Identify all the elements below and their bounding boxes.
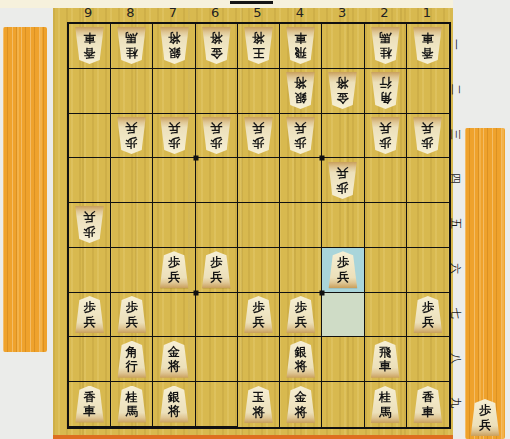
piece-kanji: 歩 <box>337 256 349 270</box>
square-8a[interactable]: 桂馬 <box>111 24 153 69</box>
file-label-7: 7 <box>152 5 194 21</box>
square-6h[interactable] <box>196 337 238 382</box>
piece-gold-sente-4i[interactable]: 金将 <box>285 386 316 423</box>
piece-kanji: 将 <box>210 31 222 45</box>
piece-kanji: 兵 <box>84 316 96 330</box>
piece-kanji: 金 <box>168 346 180 360</box>
piece-pawn-gote-8c[interactable]: 歩兵 <box>116 117 147 154</box>
piece-kanji: 歩 <box>295 135 307 149</box>
square-8h[interactable]: 角行 <box>111 337 153 382</box>
square-6a[interactable]: 金将 <box>196 24 238 69</box>
piece-kanji: 歩 <box>168 135 180 149</box>
piece-kanji: 車 <box>84 31 96 45</box>
piece-kanji: 馬 <box>379 406 391 420</box>
square-6f[interactable]: 歩兵 <box>196 248 238 293</box>
piece-kanji: 桂 <box>379 391 391 405</box>
piece-kanji: 歩 <box>210 135 222 149</box>
square-4a[interactable]: 飛車 <box>280 24 322 69</box>
square-2c[interactable]: 歩兵 <box>365 114 407 159</box>
piece-kanji: 歩 <box>422 135 434 149</box>
piece-kanji: 銀 <box>168 391 180 405</box>
hoshi-dot-2 <box>320 156 325 161</box>
piece-kanji: 馬 <box>379 31 391 45</box>
piece-kanji: 将 <box>168 360 180 374</box>
piece-kanji: 歩 <box>252 301 264 315</box>
piece-kanji: 銀 <box>295 346 307 360</box>
piece-kanji: 香 <box>422 46 434 60</box>
square-5c[interactable]: 歩兵 <box>238 114 280 159</box>
square-3g[interactable] <box>322 293 364 338</box>
piece-kanji: 車 <box>295 31 307 45</box>
piece-kanji: 兵 <box>337 166 349 180</box>
square-8e[interactable] <box>111 203 153 248</box>
square-2f[interactable] <box>365 248 407 293</box>
gote-captured-tray[interactable] <box>3 27 47 352</box>
square-4h[interactable]: 銀将 <box>280 337 322 382</box>
piece-kanji: 兵 <box>252 316 264 330</box>
piece-kanji: 馬 <box>126 405 138 419</box>
square-9b[interactable] <box>69 69 111 114</box>
piece-kanji: 兵 <box>422 121 434 135</box>
hand-piece-pawn-sente[interactable]: 歩兵 <box>470 399 501 436</box>
piece-pawn-sente-7f[interactable]: 歩兵 <box>159 251 190 288</box>
square-7i[interactable]: 銀将 <box>153 382 195 427</box>
piece-king-sente-5i[interactable]: 玉将 <box>243 386 274 423</box>
square-9h[interactable] <box>69 337 111 382</box>
file-label-8: 8 <box>109 5 151 21</box>
square-9g[interactable]: 歩兵 <box>69 293 111 338</box>
square-6e[interactable] <box>196 203 238 248</box>
square-7a[interactable]: 銀将 <box>153 24 195 69</box>
piece-pawn-gote-7c[interactable]: 歩兵 <box>159 117 190 154</box>
square-5a[interactable]: 王将 <box>238 24 280 69</box>
file-label-3: 3 <box>321 5 363 21</box>
square-5e[interactable] <box>238 203 280 248</box>
square-4e[interactable] <box>280 203 322 248</box>
square-3h[interactable] <box>322 337 364 382</box>
piece-kanji: 兵 <box>84 210 96 224</box>
square-4g[interactable]: 歩兵 <box>280 293 322 338</box>
piece-pawn-gote-3d[interactable]: 歩兵 <box>327 162 358 199</box>
piece-pawn-sente-1g[interactable]: 歩兵 <box>412 296 443 333</box>
piece-pawn-gote-4c[interactable]: 歩兵 <box>285 117 316 154</box>
piece-kanji: 歩 <box>479 404 491 418</box>
piece-kanji: 車 <box>379 360 391 374</box>
square-4f[interactable] <box>280 248 322 293</box>
square-2e[interactable] <box>365 203 407 248</box>
piece-kanji: 車 <box>84 405 96 419</box>
piece-pawn-gote-5c[interactable]: 歩兵 <box>243 117 274 154</box>
piece-kanji: 将 <box>337 76 349 90</box>
piece-kanji: 香 <box>84 46 96 60</box>
piece-kanji: 歩 <box>126 135 138 149</box>
square-3f[interactable]: 歩兵 <box>322 248 364 293</box>
square-9d[interactable] <box>69 158 111 203</box>
piece-kanji: 歩 <box>295 301 307 315</box>
square-1h[interactable] <box>407 337 449 382</box>
square-3a[interactable] <box>322 24 364 69</box>
piece-kanji: 将 <box>295 76 307 90</box>
square-5b[interactable] <box>238 69 280 114</box>
piece-kanji: 兵 <box>210 121 222 135</box>
piece-kanji: 飛 <box>295 46 307 60</box>
hoshi-dot-3 <box>193 290 198 295</box>
piece-kanji: 車 <box>422 406 434 420</box>
piece-pawn-sente-6f[interactable]: 歩兵 <box>201 251 232 288</box>
file-label-4: 4 <box>279 5 321 21</box>
piece-kanji: 金 <box>337 91 349 105</box>
square-4b[interactable]: 銀将 <box>280 69 322 114</box>
square-5g[interactable]: 歩兵 <box>238 293 280 338</box>
piece-kanji: 銀 <box>168 46 180 60</box>
piece-kanji: 歩 <box>84 301 96 315</box>
piece-kanji: 歩 <box>252 135 264 149</box>
piece-kanji: 行 <box>379 76 391 90</box>
piece-kanji: 兵 <box>295 121 307 135</box>
piece-lance-sente-9i[interactable]: 香車 <box>74 386 105 423</box>
piece-knight-sente-8i[interactable]: 桂馬 <box>116 386 147 423</box>
square-7d[interactable] <box>153 158 195 203</box>
square-1f[interactable] <box>407 248 449 293</box>
square-7h[interactable]: 金将 <box>153 337 195 382</box>
piece-kanji: 兵 <box>379 121 391 135</box>
file-label-9: 9 <box>67 5 109 21</box>
square-1i[interactable]: 香車 <box>407 382 449 427</box>
square-9e[interactable]: 歩兵 <box>69 203 111 248</box>
square-2a[interactable]: 桂馬 <box>365 24 407 69</box>
file-labels: 987654321 <box>67 5 448 21</box>
piece-pawn-sente-3f[interactable]: 歩兵 <box>327 251 358 288</box>
piece-pawn-sente-5g[interactable]: 歩兵 <box>243 296 274 333</box>
piece-kanji: 将 <box>252 31 264 45</box>
sente-captured-tray[interactable]: 歩兵 <box>465 128 505 439</box>
piece-kanji: 角 <box>379 91 391 105</box>
square-1g[interactable]: 歩兵 <box>407 293 449 338</box>
piece-pawn-gote-9e[interactable]: 歩兵 <box>74 206 105 243</box>
piece-kanji: 歩 <box>168 256 180 270</box>
piece-kanji: 桂 <box>126 391 138 405</box>
piece-kanji: 歩 <box>379 135 391 149</box>
square-7g[interactable] <box>153 293 195 338</box>
square-8g[interactable]: 歩兵 <box>111 293 153 338</box>
piece-kanji: 将 <box>252 406 264 420</box>
piece-kanji: 歩 <box>422 301 434 315</box>
piece-knight-sente-2i[interactable]: 桂馬 <box>370 386 401 423</box>
square-5i[interactable]: 玉将 <box>238 382 280 427</box>
piece-silver-sente-7i[interactable]: 銀将 <box>159 386 190 423</box>
square-1b[interactable] <box>407 69 449 114</box>
square-1c[interactable]: 歩兵 <box>407 114 449 159</box>
piece-kanji: 歩 <box>210 256 222 270</box>
piece-kanji: 玉 <box>252 391 264 405</box>
piece-kanji: 桂 <box>126 46 138 60</box>
square-7e[interactable] <box>153 203 195 248</box>
piece-kanji: 金 <box>295 391 307 405</box>
piece-kanji: 兵 <box>210 271 222 285</box>
piece-silver-gote-4b[interactable]: 銀将 <box>285 72 316 109</box>
piece-knight-gote-2a[interactable]: 桂馬 <box>370 27 401 64</box>
piece-pawn-sente-8g[interactable]: 歩兵 <box>116 296 147 333</box>
piece-kanji: 銀 <box>295 91 307 105</box>
piece-knight-gote-8a[interactable]: 桂馬 <box>116 27 147 64</box>
square-7c[interactable]: 歩兵 <box>153 114 195 159</box>
square-1e[interactable] <box>407 203 449 248</box>
square-8d[interactable] <box>111 158 153 203</box>
square-9i[interactable]: 香車 <box>69 382 111 427</box>
hoshi-dot-4 <box>320 290 325 295</box>
piece-kanji: 車 <box>422 31 434 45</box>
piece-kanji: 香 <box>422 391 434 405</box>
piece-silver-sente-4h[interactable]: 銀将 <box>285 341 316 378</box>
piece-lance-sente-1i[interactable]: 香車 <box>412 386 443 423</box>
piece-kanji: 歩 <box>126 301 138 315</box>
piece-kanji: 兵 <box>168 121 180 135</box>
piece-kanji: 将 <box>295 406 307 420</box>
square-9c[interactable] <box>69 114 111 159</box>
piece-kanji: 兵 <box>126 121 138 135</box>
square-4c[interactable]: 歩兵 <box>280 114 322 159</box>
square-7b[interactable] <box>153 69 195 114</box>
piece-kanji: 将 <box>295 360 307 374</box>
square-3e[interactable] <box>322 203 364 248</box>
piece-kanji: 兵 <box>295 316 307 330</box>
square-5h[interactable] <box>238 337 280 382</box>
piece-rook-sente-2h[interactable]: 飛車 <box>370 341 401 378</box>
file-label-5: 5 <box>236 5 278 21</box>
square-8c[interactable]: 歩兵 <box>111 114 153 159</box>
piece-pawn-sente-9g[interactable]: 歩兵 <box>74 296 105 333</box>
piece-kanji: 角 <box>126 346 138 360</box>
square-3d[interactable]: 歩兵 <box>322 158 364 203</box>
piece-kanji: 歩 <box>84 225 96 239</box>
piece-pawn-gote-2c[interactable]: 歩兵 <box>370 117 401 154</box>
square-1a[interactable]: 香車 <box>407 24 449 69</box>
piece-lance-gote-9a[interactable]: 香車 <box>74 27 105 64</box>
square-5d[interactable] <box>238 158 280 203</box>
square-5f[interactable] <box>238 248 280 293</box>
square-7f[interactable]: 歩兵 <box>153 248 195 293</box>
shogi-board-grid: 香車桂馬銀将金将王将飛車桂馬香車銀将金将角行歩兵歩兵歩兵歩兵歩兵歩兵歩兵歩兵歩兵… <box>67 22 451 429</box>
square-4i[interactable]: 金将 <box>280 382 322 427</box>
piece-gold-gote-3b[interactable]: 金将 <box>327 72 358 109</box>
square-3b[interactable]: 金将 <box>322 69 364 114</box>
piece-kanji: 王 <box>252 46 264 60</box>
piece-kanji: 飛 <box>379 346 391 360</box>
piece-kanji: 行 <box>126 360 138 374</box>
square-2d[interactable] <box>365 158 407 203</box>
square-1d[interactable] <box>407 158 449 203</box>
piece-kanji: 兵 <box>252 121 264 135</box>
piece-kanji: 兵 <box>479 419 491 433</box>
piece-kanji: 金 <box>210 46 222 60</box>
piece-lance-gote-1a[interactable]: 香車 <box>412 27 443 64</box>
piece-gold-sente-7h[interactable]: 金将 <box>159 341 190 378</box>
hoshi-dot-1 <box>193 156 198 161</box>
square-2g[interactable] <box>365 293 407 338</box>
piece-bishop-sente-8h[interactable]: 角行 <box>116 341 147 378</box>
piece-kanji: 兵 <box>126 316 138 330</box>
file-label-2: 2 <box>363 5 405 21</box>
piece-gold-gote-6a[interactable]: 金将 <box>201 27 232 64</box>
piece-kanji: 将 <box>168 31 180 45</box>
file-label-1: 1 <box>406 5 448 21</box>
piece-bishop-gote-2b[interactable]: 角行 <box>370 72 401 109</box>
piece-kanji: 兵 <box>337 271 349 285</box>
piece-kanji: 兵 <box>422 316 434 330</box>
square-8b[interactable] <box>111 69 153 114</box>
piece-pawn-gote-6c[interactable]: 歩兵 <box>201 117 232 154</box>
square-6g[interactable] <box>196 293 238 338</box>
piece-kanji: 将 <box>168 405 180 419</box>
square-2i[interactable]: 桂馬 <box>365 382 407 427</box>
piece-kanji: 歩 <box>337 180 349 194</box>
square-2h[interactable]: 飛車 <box>365 337 407 382</box>
piece-rook-gote-4a[interactable]: 飛車 <box>285 27 316 64</box>
piece-pawn-sente-4g[interactable]: 歩兵 <box>285 296 316 333</box>
square-3i[interactable] <box>322 382 364 427</box>
square-8i[interactable]: 桂馬 <box>111 382 153 427</box>
piece-kanji: 香 <box>84 391 96 405</box>
piece-kanji: 桂 <box>379 46 391 60</box>
piece-kanji: 兵 <box>168 271 180 285</box>
piece-kanji: 馬 <box>126 31 138 45</box>
square-3c[interactable] <box>322 114 364 159</box>
square-6i[interactable] <box>196 382 238 427</box>
square-9a[interactable]: 香車 <box>69 24 111 69</box>
file-label-6: 6 <box>194 5 236 21</box>
square-2b[interactable]: 角行 <box>365 69 407 114</box>
square-6b[interactable] <box>196 69 238 114</box>
square-6d[interactable] <box>196 158 238 203</box>
piece-silver-gote-7a[interactable]: 銀将 <box>159 27 190 64</box>
square-6c[interactable]: 歩兵 <box>196 114 238 159</box>
square-8f[interactable] <box>111 248 153 293</box>
top-strip-black-segment <box>230 1 273 4</box>
square-4d[interactable] <box>280 158 322 203</box>
piece-king-gote-5a[interactable]: 王将 <box>243 27 274 64</box>
piece-pawn-gote-1c[interactable]: 歩兵 <box>412 117 443 154</box>
square-9f[interactable] <box>69 248 111 293</box>
